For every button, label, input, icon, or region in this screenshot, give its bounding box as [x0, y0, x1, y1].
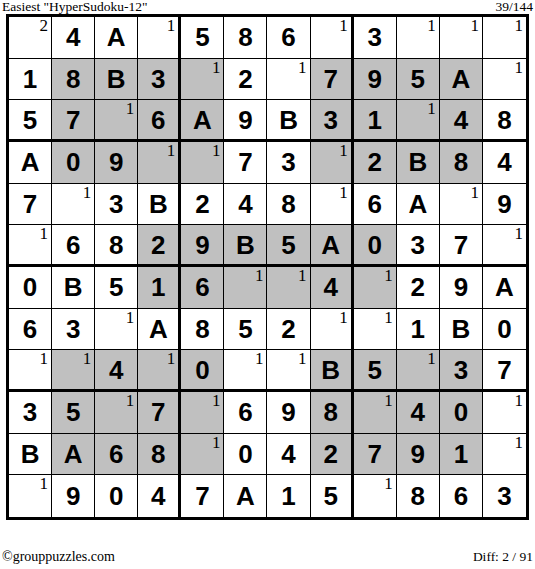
cell-value: B: [21, 441, 40, 467]
cell-r10c2[interactable]: 5: [52, 392, 95, 434]
cell-r11c2[interactable]: A: [52, 434, 95, 476]
cell-r11c4[interactable]: 8: [138, 434, 181, 476]
pencil-mark: 1: [339, 184, 348, 202]
cell-value: 6: [23, 316, 37, 342]
cell-r6c3[interactable]: 8: [95, 225, 138, 267]
cell-r9c10[interactable]: 1: [397, 350, 440, 392]
cell-value: 4: [109, 357, 123, 383]
pencil-mark: 1: [514, 434, 523, 452]
cell-r2c8[interactable]: 7: [311, 59, 354, 101]
cell-r7c6[interactable]: 1: [224, 267, 267, 309]
pencil-mark: 2: [40, 17, 49, 35]
cell-value: A: [149, 316, 168, 342]
cell-r12c9[interactable]: 1: [354, 475, 397, 517]
cell-r6c9[interactable]: 0: [354, 225, 397, 267]
cell-value: 5: [281, 232, 295, 258]
cell-r3c9[interactable]: 1: [354, 100, 397, 142]
cell-r1c7[interactable]: 6: [267, 17, 310, 59]
cell-value: 6: [281, 24, 295, 50]
pencil-mark: 1: [470, 184, 479, 202]
cell-r4c4[interactable]: 1: [138, 142, 181, 184]
cell-r8c9[interactable]: 1: [354, 309, 397, 351]
cell-r8c5[interactable]: 8: [181, 309, 224, 351]
cell-r3c4[interactable]: 6: [138, 100, 181, 142]
cell-value: 5: [323, 483, 337, 509]
cell-r10c11[interactable]: 0: [440, 392, 483, 434]
cell-value: 3: [323, 107, 337, 133]
cell-r4c9[interactable]: 2: [354, 142, 397, 184]
cell-value: A: [64, 441, 83, 467]
cell-value: A: [495, 274, 514, 300]
cell-r5c7[interactable]: 8: [267, 184, 310, 226]
cell-value: 8: [323, 399, 337, 425]
pencil-mark: 1: [384, 309, 393, 327]
cell-value: 7: [66, 107, 80, 133]
cell-value: 0: [109, 483, 123, 509]
cell-value: B: [149, 191, 168, 217]
cell-r12c1[interactable]: 1: [9, 475, 52, 517]
cell-r1c12[interactable]: 1: [483, 17, 526, 59]
pencil-mark: 1: [298, 59, 307, 77]
cell-r7c9[interactable]: 1: [354, 267, 397, 309]
cell-r6c12[interactable]: 1: [483, 225, 526, 267]
cell-value: B: [236, 232, 255, 258]
cell-r4c1[interactable]: A: [9, 142, 52, 184]
cell-r10c6[interactable]: 6: [224, 392, 267, 434]
difficulty-text: Diff: 2 / 91: [473, 549, 533, 564]
cell-value: A: [321, 232, 340, 258]
cell-r3c10[interactable]: 1: [397, 100, 440, 142]
cell-r6c8[interactable]: A: [311, 225, 354, 267]
pencil-mark: 1: [298, 350, 307, 368]
cell-value: B: [321, 357, 340, 383]
cell-r8c12[interactable]: 0: [483, 309, 526, 351]
cell-value: 8: [497, 107, 511, 133]
sudoku-board: 24A15861311118B3121795A15716A9B31148A091…: [6, 14, 529, 520]
cell-r3c7[interactable]: B: [267, 100, 310, 142]
pencil-mark: 1: [298, 267, 307, 285]
cell-r9c4[interactable]: 1: [138, 350, 181, 392]
cell-value: 2: [151, 232, 165, 258]
pencil-mark: 1: [514, 392, 523, 410]
cell-r5c3[interactable]: 3: [95, 184, 138, 226]
cell-r8c6[interactable]: 5: [224, 309, 267, 351]
cell-r4c3[interactable]: 9: [95, 142, 138, 184]
pencil-mark: 1: [514, 17, 523, 35]
cell-r11c12[interactable]: 1: [483, 434, 526, 476]
cell-value: 4: [66, 24, 80, 50]
cell-r8c10[interactable]: 1: [397, 309, 440, 351]
cell-r11c6[interactable]: 0: [224, 434, 267, 476]
cell-value: B: [451, 316, 470, 342]
cell-r2c11[interactable]: A: [440, 59, 483, 101]
pencil-mark: 1: [83, 350, 92, 368]
cell-value: 3: [281, 149, 295, 175]
cell-value: 7: [23, 191, 37, 217]
cell-value: 9: [281, 399, 295, 425]
cell-value: A: [21, 149, 40, 175]
cell-value: 4: [151, 483, 165, 509]
cell-value: 8: [238, 24, 252, 50]
cell-r9c12[interactable]: 7: [483, 350, 526, 392]
cell-value: 2: [281, 316, 295, 342]
cell-r1c2[interactable]: 4: [52, 17, 95, 59]
cell-r6c4[interactable]: 2: [138, 225, 181, 267]
cell-value: 1: [411, 316, 425, 342]
pencil-mark: 1: [339, 142, 348, 160]
cell-r10c4[interactable]: 7: [138, 392, 181, 434]
cell-r4c8[interactable]: 1: [311, 142, 354, 184]
puzzle-title: Easiest "HyperSudoku-12": [2, 0, 148, 14]
cell-r2c1[interactable]: 1: [9, 59, 52, 101]
cell-value: 3: [151, 66, 165, 92]
cell-value: 9: [238, 107, 252, 133]
cell-r6c6[interactable]: B: [224, 225, 267, 267]
cell-value: 2: [195, 191, 209, 217]
cell-value: 2: [323, 441, 337, 467]
cell-value: 6: [238, 399, 252, 425]
pencil-mark: 1: [83, 184, 92, 202]
cell-value: 9: [411, 441, 425, 467]
cell-value: 4: [411, 399, 425, 425]
cell-value: 6: [195, 274, 209, 300]
cell-r9c5[interactable]: 0: [181, 350, 224, 392]
cell-r6c1[interactable]: 1: [9, 225, 52, 267]
cell-value: 0: [367, 232, 381, 258]
cell-r3c8[interactable]: 3: [311, 100, 354, 142]
pencil-mark: 1: [339, 309, 348, 327]
cell-r11c11[interactable]: 1: [440, 434, 483, 476]
cell-value: 2: [238, 66, 252, 92]
cell-r1c6[interactable]: 8: [224, 17, 267, 59]
cell-value: A: [107, 24, 126, 50]
cell-r1c9[interactable]: 3: [354, 17, 397, 59]
cell-r4c12[interactable]: 4: [483, 142, 526, 184]
cell-value: 6: [454, 483, 468, 509]
cell-r9c1[interactable]: 1: [9, 350, 52, 392]
pencil-mark: 1: [126, 392, 135, 410]
cell-r12c7[interactable]: 1: [267, 475, 310, 517]
cell-r5c2[interactable]: 1: [52, 184, 95, 226]
cell-r1c5[interactable]: 5: [181, 17, 224, 59]
cell-r10c1[interactable]: 3: [9, 392, 52, 434]
cell-value: 2: [367, 149, 381, 175]
cell-r8c3[interactable]: 1: [95, 309, 138, 351]
cell-r2c5[interactable]: 1: [181, 59, 224, 101]
pencil-mark: 1: [514, 225, 523, 243]
cell-value: 3: [367, 24, 381, 50]
cell-value: 4: [238, 191, 252, 217]
pencil-mark: 1: [384, 475, 393, 493]
cell-value: 7: [367, 441, 381, 467]
cell-value: 9: [367, 66, 381, 92]
cell-r10c10[interactable]: 4: [397, 392, 440, 434]
cell-value: 8: [454, 149, 468, 175]
cell-value: 1: [454, 441, 468, 467]
cell-r12c2[interactable]: 9: [52, 475, 95, 517]
cell-r2c3[interactable]: B: [95, 59, 138, 101]
cell-value: 8: [66, 66, 80, 92]
cell-value: 7: [497, 357, 511, 383]
cell-r12c3[interactable]: 0: [95, 475, 138, 517]
cell-r5c8[interactable]: 1: [311, 184, 354, 226]
pencil-mark: 1: [126, 100, 135, 118]
cell-value: 3: [109, 191, 123, 217]
cell-r1c1[interactable]: 2: [9, 17, 52, 59]
cell-value: 5: [411, 66, 425, 92]
cell-r10c5[interactable]: 1: [181, 392, 224, 434]
cell-r9c3[interactable]: 4: [95, 350, 138, 392]
cell-r4c7[interactable]: 3: [267, 142, 310, 184]
cell-r11c9[interactable]: 7: [354, 434, 397, 476]
pencil-mark: 1: [427, 350, 436, 368]
cell-value: 3: [411, 232, 425, 258]
cell-value: 6: [367, 191, 381, 217]
cell-r8c2[interactable]: 3: [52, 309, 95, 351]
cell-value: A: [408, 191, 427, 217]
cell-r5c9[interactable]: 6: [354, 184, 397, 226]
cell-r11c8[interactable]: 2: [311, 434, 354, 476]
pencil-mark: 1: [212, 392, 221, 410]
cell-r7c4[interactable]: 1: [138, 267, 181, 309]
cell-r7c8[interactable]: 4: [311, 267, 354, 309]
cell-value: 5: [238, 316, 252, 342]
pencil-mark: 1: [167, 142, 176, 160]
cell-value: 7: [151, 399, 165, 425]
cell-value: 8: [411, 483, 425, 509]
cell-r4c6[interactable]: 7: [224, 142, 267, 184]
puzzle-counter: 39/144: [495, 0, 533, 14]
cell-r3c3[interactable]: 1: [95, 100, 138, 142]
cell-value: 8: [109, 232, 123, 258]
pencil-mark: 1: [427, 17, 436, 35]
cell-r8c7[interactable]: 2: [267, 309, 310, 351]
cell-r6c2[interactable]: 6: [52, 225, 95, 267]
cell-r6c7[interactable]: 5: [267, 225, 310, 267]
cell-value: 2: [411, 274, 425, 300]
cell-value: B: [408, 149, 427, 175]
cell-r5c12[interactable]: 9: [483, 184, 526, 226]
cell-r11c3[interactable]: 6: [95, 434, 138, 476]
cell-r4c11[interactable]: 8: [440, 142, 483, 184]
cell-r5c4[interactable]: B: [138, 184, 181, 226]
cell-value: A: [193, 107, 212, 133]
pencil-mark: 1: [384, 392, 393, 410]
cell-value: 4: [323, 274, 337, 300]
cell-value: 0: [238, 441, 252, 467]
cell-r1c8[interactable]: 1: [311, 17, 354, 59]
cell-r10c12[interactable]: 1: [483, 392, 526, 434]
cell-value: 9: [497, 191, 511, 217]
cell-r8c8[interactable]: 1: [311, 309, 354, 351]
pencil-mark: 1: [40, 350, 49, 368]
cell-r5c10[interactable]: A: [397, 184, 440, 226]
pencil-mark: 1: [167, 17, 176, 35]
cell-value: 3: [497, 483, 511, 509]
cell-r10c7[interactable]: 9: [267, 392, 310, 434]
cell-value: 5: [66, 399, 80, 425]
cell-value: 9: [454, 274, 468, 300]
cell-r12c8[interactable]: 5: [311, 475, 354, 517]
cell-r12c12[interactable]: 3: [483, 475, 526, 517]
cell-value: 5: [23, 107, 37, 133]
cell-value: B: [64, 274, 83, 300]
pencil-mark: 1: [470, 17, 479, 35]
cell-value: 4: [497, 149, 511, 175]
cell-r12c6[interactable]: A: [224, 475, 267, 517]
cell-r7c3[interactable]: 5: [95, 267, 138, 309]
cell-r8c1[interactable]: 6: [9, 309, 52, 351]
cell-value: 7: [238, 149, 252, 175]
cell-value: 3: [23, 399, 37, 425]
cell-r10c8[interactable]: 8: [311, 392, 354, 434]
cell-r2c10[interactable]: 5: [397, 59, 440, 101]
cell-value: 5: [109, 274, 123, 300]
cell-value: 4: [281, 441, 295, 467]
pencil-mark: 1: [212, 59, 221, 77]
cell-r9c11[interactable]: 3: [440, 350, 483, 392]
cell-value: 1: [367, 107, 381, 133]
cell-value: A: [236, 483, 255, 509]
pencil-mark: 1: [255, 267, 264, 285]
cell-value: 8: [151, 441, 165, 467]
cell-r11c1[interactable]: B: [9, 434, 52, 476]
cell-r1c11[interactable]: 1: [440, 17, 483, 59]
cell-r9c9[interactable]: 5: [354, 350, 397, 392]
cell-r6c5[interactable]: 9: [181, 225, 224, 267]
cell-r12c10[interactable]: 8: [397, 475, 440, 517]
cell-value: 1: [23, 66, 37, 92]
cell-r4c2[interactable]: 0: [52, 142, 95, 184]
cell-r1c4[interactable]: 1: [138, 17, 181, 59]
cell-value: 0: [23, 274, 37, 300]
cell-r8c4[interactable]: A: [138, 309, 181, 351]
pencil-mark: 1: [40, 475, 49, 493]
cell-value: 0: [195, 357, 209, 383]
copyright-text: ©grouppuzzles.com: [2, 549, 115, 564]
cell-r5c6[interactable]: 4: [224, 184, 267, 226]
cell-r5c5[interactable]: 2: [181, 184, 224, 226]
cell-value: 3: [454, 357, 468, 383]
cell-r7c10[interactable]: 2: [397, 267, 440, 309]
cell-value: 0: [66, 149, 80, 175]
cell-r3c1[interactable]: 5: [9, 100, 52, 142]
cell-r6c10[interactable]: 3: [397, 225, 440, 267]
cell-value: 3: [66, 316, 80, 342]
cell-r7c5[interactable]: 6: [181, 267, 224, 309]
cell-value: 5: [367, 357, 381, 383]
cell-value: 5: [195, 24, 209, 50]
pencil-mark: 1: [384, 267, 393, 285]
cell-r10c9[interactable]: 1: [354, 392, 397, 434]
pencil-mark: 1: [126, 309, 135, 327]
cell-r6c11[interactable]: 7: [440, 225, 483, 267]
cell-r11c10[interactable]: 9: [397, 434, 440, 476]
cell-value: B: [107, 66, 126, 92]
pencil-mark: 1: [40, 225, 49, 243]
cell-r9c7[interactable]: 1: [267, 350, 310, 392]
cell-value: 4: [454, 107, 468, 133]
cell-r2c7[interactable]: 1: [267, 59, 310, 101]
cell-value: 8: [281, 191, 295, 217]
cell-value: 0: [497, 316, 511, 342]
cell-value: 8: [195, 316, 209, 342]
cell-r12c5[interactable]: 7: [181, 475, 224, 517]
cell-r9c2[interactable]: 1: [52, 350, 95, 392]
cell-r2c2[interactable]: 8: [52, 59, 95, 101]
pencil-mark: 1: [212, 142, 221, 160]
cell-r7c1[interactable]: 0: [9, 267, 52, 309]
cell-r11c7[interactable]: 4: [267, 434, 310, 476]
header: Easiest "HyperSudoku-12" 39/144: [2, 0, 533, 14]
cell-value: 9: [109, 149, 123, 175]
cell-r7c11[interactable]: 9: [440, 267, 483, 309]
cell-value: 6: [66, 232, 80, 258]
cell-value: B: [279, 107, 298, 133]
cell-r3c12[interactable]: 8: [483, 100, 526, 142]
cell-r3c2[interactable]: 7: [52, 100, 95, 142]
pencil-mark: 1: [514, 59, 523, 77]
cell-r2c9[interactable]: 9: [354, 59, 397, 101]
cell-r7c2[interactable]: B: [52, 267, 95, 309]
cell-r2c12[interactable]: 1: [483, 59, 526, 101]
pencil-mark: 1: [339, 17, 348, 35]
pencil-mark: 1: [255, 350, 264, 368]
cell-r3c6[interactable]: 9: [224, 100, 267, 142]
cell-value: 1: [281, 483, 295, 509]
cell-r7c12[interactable]: A: [483, 267, 526, 309]
cell-r12c4[interactable]: 4: [138, 475, 181, 517]
cell-r1c10[interactable]: 1: [397, 17, 440, 59]
cell-r5c11[interactable]: 1: [440, 184, 483, 226]
pencil-mark: 1: [427, 100, 436, 118]
cell-value: 7: [323, 66, 337, 92]
cell-value: 9: [66, 483, 80, 509]
pencil-mark: 1: [212, 434, 221, 452]
cell-r3c5[interactable]: A: [181, 100, 224, 142]
cell-r9c6[interactable]: 1: [224, 350, 267, 392]
pencil-mark: 1: [167, 350, 176, 368]
cell-r10c3[interactable]: 1: [95, 392, 138, 434]
cell-r4c10[interactable]: B: [397, 142, 440, 184]
cell-value: 6: [109, 441, 123, 467]
cell-r9c8[interactable]: B: [311, 350, 354, 392]
cell-value: A: [451, 66, 470, 92]
cell-r5c1[interactable]: 7: [9, 184, 52, 226]
cell-r11c5[interactable]: 1: [181, 434, 224, 476]
cell-value: 9: [195, 232, 209, 258]
cell-value: 0: [454, 399, 468, 425]
cell-r3c11[interactable]: 4: [440, 100, 483, 142]
cell-r2c4[interactable]: 3: [138, 59, 181, 101]
cell-r12c11[interactable]: 6: [440, 475, 483, 517]
cell-value: 1: [151, 274, 165, 300]
cell-r4c5[interactable]: 1: [181, 142, 224, 184]
cell-value: 7: [454, 232, 468, 258]
cell-value: 7: [195, 483, 209, 509]
cell-r7c7[interactable]: 1: [267, 267, 310, 309]
cell-r2c6[interactable]: 2: [224, 59, 267, 101]
cell-value: 6: [151, 107, 165, 133]
cell-r8c11[interactable]: B: [440, 309, 483, 351]
cell-r1c3[interactable]: A: [95, 17, 138, 59]
footer: ©grouppuzzles.com Diff: 2 / 91: [2, 549, 533, 564]
